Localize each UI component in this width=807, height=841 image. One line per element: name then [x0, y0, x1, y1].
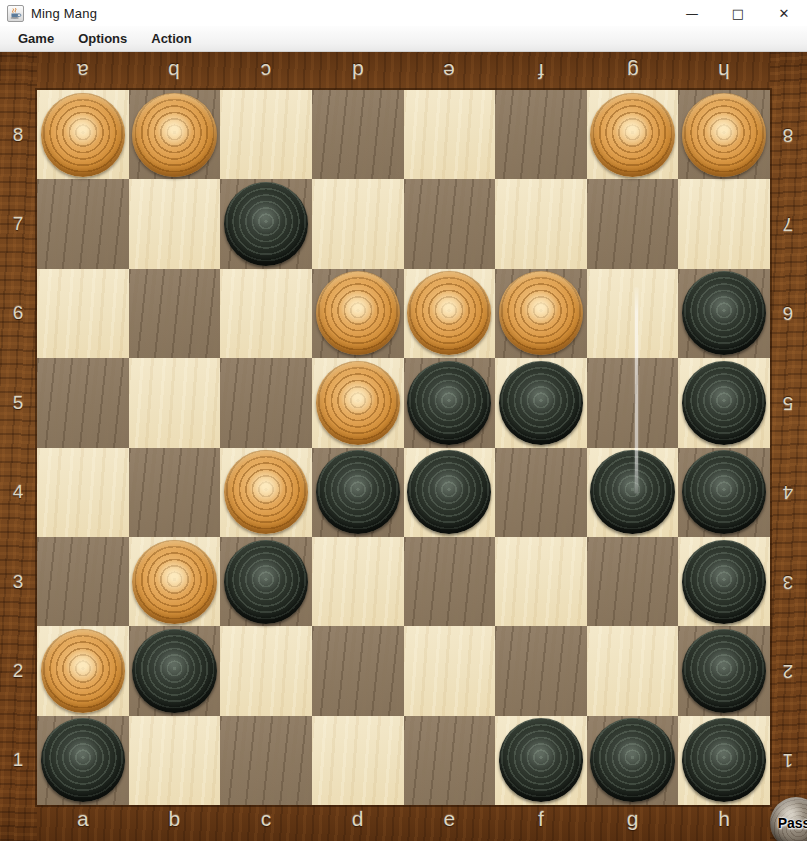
square-a7[interactable] [37, 179, 129, 268]
square-b1[interactable] [129, 716, 221, 805]
file-label-bottom-d: d [352, 807, 364, 831]
file-label-top-b: b [169, 59, 181, 83]
square-e2[interactable] [404, 626, 496, 715]
application-window: Ming Mang — □ ✕ Game Options Action Pass… [0, 0, 807, 841]
rank-label-right-1: 1 [783, 749, 794, 771]
rank-label-left-8: 8 [13, 124, 24, 146]
black-piece-h5[interactable] [682, 361, 766, 445]
black-piece-f1[interactable] [499, 718, 583, 802]
wooden-piece-d5[interactable] [316, 361, 400, 445]
square-d7[interactable] [312, 179, 404, 268]
rank-label-left-4: 4 [13, 481, 24, 503]
pass-button-label: Pass [778, 815, 807, 831]
black-piece-h4[interactable] [682, 450, 766, 534]
render-artifact-line [635, 288, 638, 493]
square-e4[interactable] [404, 448, 496, 537]
black-piece-e4[interactable] [407, 450, 491, 534]
square-a2[interactable] [37, 626, 129, 715]
rank-label-right-4: 4 [783, 481, 794, 503]
square-a1[interactable] [37, 716, 129, 805]
file-label-bottom-b: b [169, 807, 181, 831]
menu-options[interactable]: Options [68, 28, 137, 49]
square-c5[interactable] [220, 358, 312, 447]
pass-button[interactable]: Pass [770, 797, 807, 841]
square-a5[interactable] [37, 358, 129, 447]
square-a4[interactable] [37, 448, 129, 537]
black-piece-a1[interactable] [41, 718, 125, 802]
square-b2[interactable] [129, 626, 221, 715]
square-h5[interactable] [678, 358, 770, 447]
square-g5[interactable] [587, 358, 679, 447]
rank-label-left-2: 2 [13, 660, 24, 682]
window-controls: — □ ✕ [669, 0, 807, 26]
square-h3[interactable] [678, 537, 770, 626]
square-d1[interactable] [312, 716, 404, 805]
square-f3[interactable] [495, 537, 587, 626]
file-label-bottom-c: c [261, 807, 272, 831]
rank-label-right-6: 6 [783, 302, 794, 324]
wooden-piece-g8[interactable] [590, 93, 674, 177]
rank-label-right-7: 7 [783, 213, 794, 235]
coffee-cup-icon [9, 7, 22, 20]
black-piece-c7[interactable] [224, 182, 308, 266]
square-d8[interactable] [312, 90, 404, 179]
square-e7[interactable] [404, 179, 496, 268]
rank-label-right-8: 8 [783, 124, 794, 146]
square-h2[interactable] [678, 626, 770, 715]
square-c3[interactable] [220, 537, 312, 626]
menu-bar: Game Options Action [0, 26, 807, 52]
square-f7[interactable] [495, 179, 587, 268]
square-b4[interactable] [129, 448, 221, 537]
square-a6[interactable] [37, 269, 129, 358]
square-c2[interactable] [220, 626, 312, 715]
black-piece-h6[interactable] [682, 271, 766, 355]
square-b6[interactable] [129, 269, 221, 358]
square-f8[interactable] [495, 90, 587, 179]
minimize-button[interactable]: — [669, 0, 715, 26]
square-g3[interactable] [587, 537, 679, 626]
menu-action[interactable]: Action [141, 28, 201, 49]
square-a8[interactable] [37, 90, 129, 179]
close-button[interactable]: ✕ [761, 0, 807, 26]
title-bar: Ming Mang — □ ✕ [0, 0, 807, 26]
board-grid [37, 90, 770, 805]
square-e1[interactable] [404, 716, 496, 805]
square-h7[interactable] [678, 179, 770, 268]
black-piece-h2[interactable] [682, 629, 766, 713]
square-e8[interactable] [404, 90, 496, 179]
file-label-top-a: a [77, 59, 89, 83]
square-d3[interactable] [312, 537, 404, 626]
rank-label-left-1: 1 [13, 749, 24, 771]
menu-game[interactable]: Game [8, 28, 64, 49]
rank-label-right-3: 3 [783, 571, 794, 593]
square-h8[interactable] [678, 90, 770, 179]
file-label-top-h: h [718, 59, 730, 83]
wooden-piece-c4[interactable] [224, 450, 308, 534]
square-h4[interactable] [678, 448, 770, 537]
square-e6[interactable] [404, 269, 496, 358]
file-label-top-c: c [261, 59, 272, 83]
square-e5[interactable] [404, 358, 496, 447]
black-piece-h3[interactable] [682, 540, 766, 624]
square-h6[interactable] [678, 269, 770, 358]
square-g1[interactable] [587, 716, 679, 805]
maximize-button[interactable]: □ [715, 0, 761, 26]
square-g4[interactable] [587, 448, 679, 537]
square-d5[interactable] [312, 358, 404, 447]
square-f6[interactable] [495, 269, 587, 358]
square-e3[interactable] [404, 537, 496, 626]
wooden-piece-d6[interactable] [316, 271, 400, 355]
square-c6[interactable] [220, 269, 312, 358]
file-label-bottom-f: f [538, 807, 544, 831]
square-g7[interactable] [587, 179, 679, 268]
wooden-piece-h8[interactable] [682, 93, 766, 177]
square-g8[interactable] [587, 90, 679, 179]
square-c1[interactable] [220, 716, 312, 805]
file-label-bottom-e: e [443, 807, 455, 831]
file-label-bottom-g: g [627, 807, 639, 831]
black-piece-b2[interactable] [132, 629, 216, 713]
square-f2[interactable] [495, 626, 587, 715]
square-d4[interactable] [312, 448, 404, 537]
square-d2[interactable] [312, 626, 404, 715]
square-b3[interactable] [129, 537, 221, 626]
square-d6[interactable] [312, 269, 404, 358]
square-f4[interactable] [495, 448, 587, 537]
square-g6[interactable] [587, 269, 679, 358]
square-b7[interactable] [129, 179, 221, 268]
black-piece-c3[interactable] [224, 540, 308, 624]
wooden-piece-b8[interactable] [132, 93, 216, 177]
square-h1[interactable] [678, 716, 770, 805]
file-label-bottom-a: a [77, 807, 89, 831]
square-g2[interactable] [587, 626, 679, 715]
square-b8[interactable] [129, 90, 221, 179]
black-piece-g1[interactable] [590, 718, 674, 802]
file-label-top-g: g [627, 59, 639, 83]
wooden-piece-f6[interactable] [499, 271, 583, 355]
square-c4[interactable] [220, 448, 312, 537]
square-b5[interactable] [129, 358, 221, 447]
rank-label-left-3: 3 [13, 571, 24, 593]
rank-label-left-5: 5 [13, 392, 24, 414]
java-app-icon [7, 5, 24, 22]
file-label-bottom-h: h [718, 807, 730, 831]
rank-label-right-2: 2 [783, 660, 794, 682]
square-f1[interactable] [495, 716, 587, 805]
square-a3[interactable] [37, 537, 129, 626]
rank-label-left-6: 6 [13, 302, 24, 324]
black-piece-f5[interactable] [499, 361, 583, 445]
black-piece-h1[interactable] [682, 718, 766, 802]
file-label-top-f: f [538, 59, 544, 83]
black-piece-d4[interactable] [316, 450, 400, 534]
square-c8[interactable] [220, 90, 312, 179]
window-title: Ming Mang [31, 6, 97, 21]
file-label-top-e: e [443, 59, 455, 83]
file-label-top-d: d [352, 59, 364, 83]
rank-label-right-5: 5 [783, 392, 794, 414]
rank-label-left-7: 7 [13, 213, 24, 235]
board-frame: Pass aabbccddeeffgghh8877665544332211 [0, 52, 807, 841]
wooden-piece-e6[interactable] [407, 271, 491, 355]
wooden-piece-a8[interactable] [41, 93, 125, 177]
square-f5[interactable] [495, 358, 587, 447]
square-c7[interactable] [220, 179, 312, 268]
wooden-piece-a2[interactable] [41, 629, 125, 713]
black-piece-e5[interactable] [407, 361, 491, 445]
wooden-piece-b3[interactable] [132, 540, 216, 624]
black-piece-g4[interactable] [590, 450, 674, 534]
